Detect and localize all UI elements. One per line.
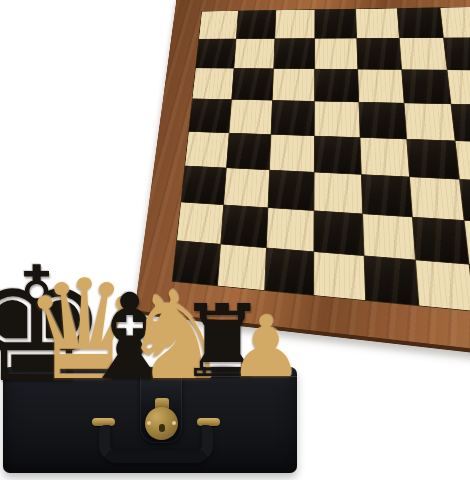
board-square: [185, 132, 229, 168]
piece-shadow: [246, 364, 286, 372]
chessboard-squares: [172, 6, 470, 324]
piece-storage-case: [3, 367, 297, 473]
board-square: [269, 170, 315, 210]
board-square: [364, 256, 418, 305]
board-square: [196, 39, 236, 68]
board-square: [315, 9, 356, 38]
board-square: [177, 202, 223, 243]
board-square: [315, 172, 362, 213]
board-square: [227, 133, 271, 169]
board-square: [224, 168, 269, 207]
board-square: [274, 39, 315, 69]
board-square: [218, 244, 266, 290]
case-handle: [99, 425, 213, 463]
board-square: [271, 101, 314, 136]
board-square: [315, 102, 359, 137]
piece-shadow: [60, 364, 110, 372]
board-square: [189, 99, 231, 132]
board-square: [444, 38, 470, 70]
board-square: [181, 166, 226, 204]
board-square: [172, 241, 220, 286]
board-square: [315, 69, 358, 102]
board-square: [440, 7, 470, 38]
board-square: [221, 205, 268, 247]
piece-shadow: [108, 364, 152, 372]
board-square: [315, 211, 364, 255]
board-square: [404, 104, 454, 141]
board-square: [229, 100, 272, 134]
board-square: [402, 70, 451, 104]
board-square: [275, 10, 314, 39]
board-square: [234, 39, 274, 69]
chessboard: [134, 0, 470, 373]
board-square: [270, 134, 314, 171]
board-square: [451, 105, 470, 142]
board-square: [397, 8, 443, 38]
board-square: [412, 217, 468, 264]
board-square: [232, 69, 273, 101]
board-square: [265, 248, 314, 295]
piece-shadow: [10, 364, 66, 372]
board-square: [361, 175, 411, 217]
board-square: [358, 70, 404, 103]
board-square: [359, 103, 406, 139]
board-square: [399, 38, 446, 70]
board-square: [267, 208, 314, 251]
board-square: [314, 252, 364, 300]
board-square: [447, 70, 470, 105]
board-square: [356, 8, 399, 38]
board-square: [416, 260, 470, 311]
board-square: [315, 39, 357, 70]
board-square: [357, 38, 401, 69]
board-square: [273, 69, 315, 101]
board-square: [192, 68, 233, 99]
board-square: [363, 214, 415, 259]
board-square: [360, 137, 409, 176]
board-square: [237, 10, 276, 38]
board-square: [407, 139, 459, 179]
piece-shadow: [150, 364, 202, 372]
board-square: [315, 136, 361, 174]
piece-shadow: [201, 364, 243, 372]
photo-scene: ♚ ♛ ♝ ♞ ♜ ♟: [0, 0, 470, 480]
board-square: [199, 11, 238, 39]
board-square: [410, 177, 464, 220]
